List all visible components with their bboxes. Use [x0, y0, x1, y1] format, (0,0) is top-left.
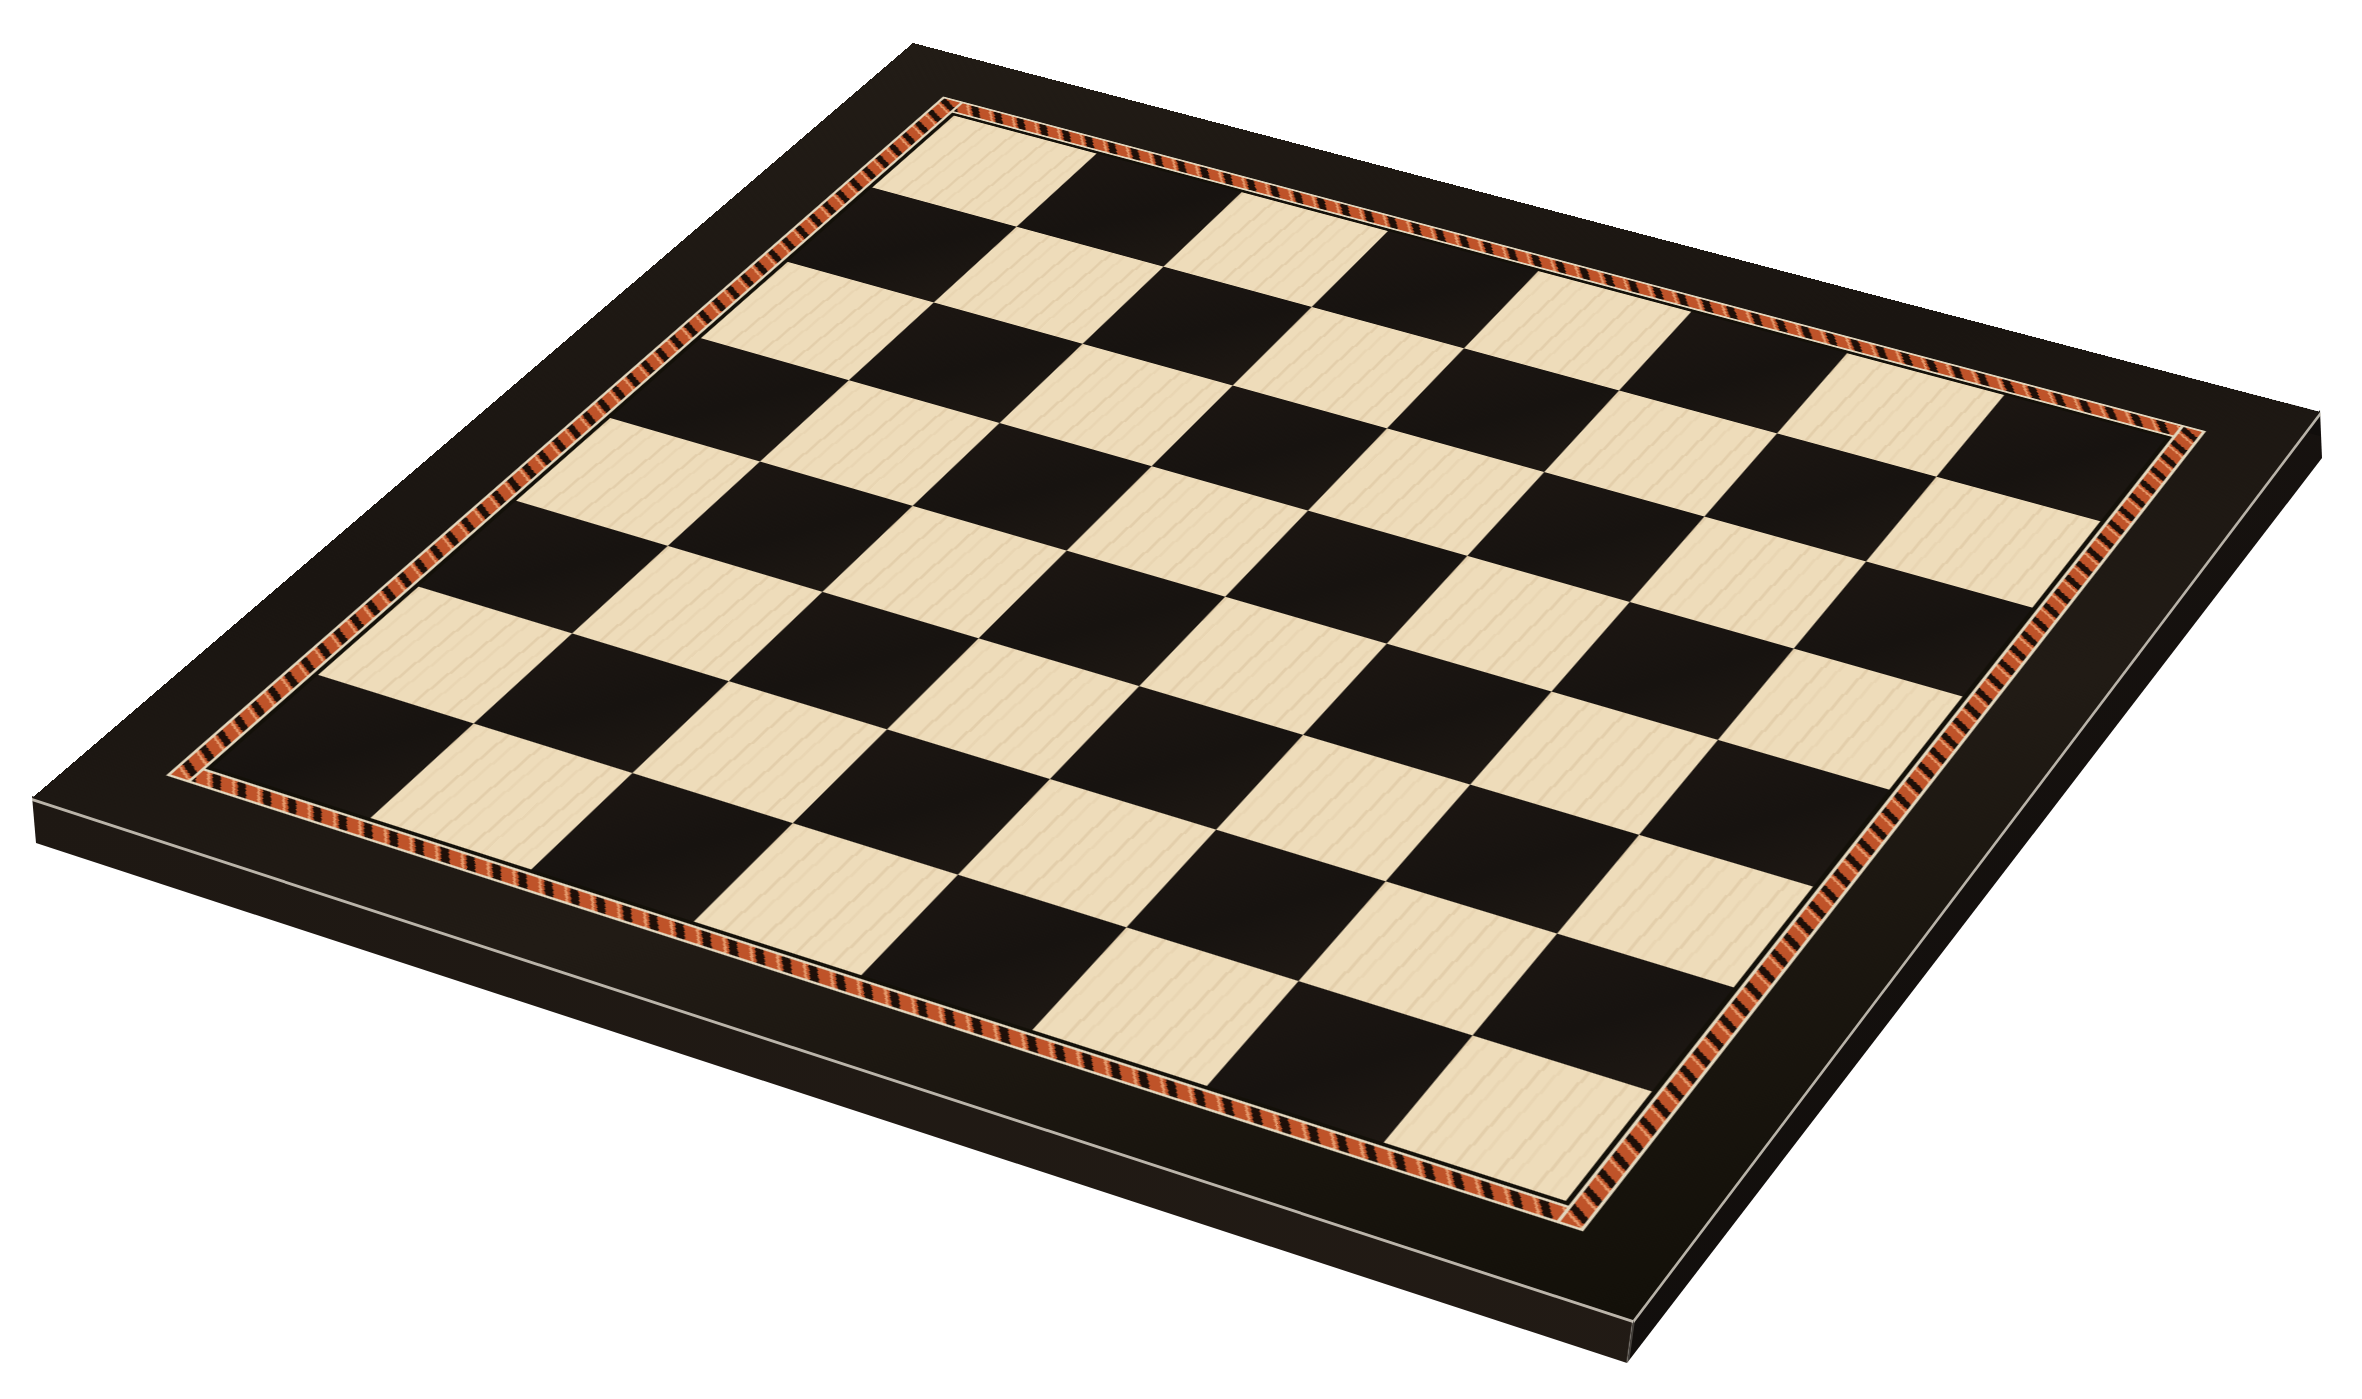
board-top-face: [32, 43, 2320, 1320]
chessboard-photo: [0, 0, 2362, 1399]
